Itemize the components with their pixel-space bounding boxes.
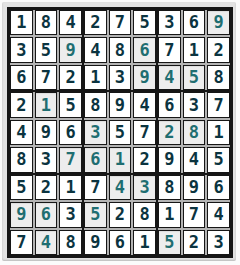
cell-r9c1[interactable]: 7 [10, 230, 33, 255]
cell-r2c6[interactable]: 6 [133, 37, 156, 62]
cell-r9c2[interactable]: 4 [35, 230, 58, 255]
box-8: 743528961 [83, 174, 157, 256]
cell-r3c9[interactable]: 8 [207, 65, 230, 90]
box-3: 369712458 [157, 9, 231, 91]
cell-r1c5[interactable]: 7 [109, 10, 132, 35]
box-9: 896174523 [157, 174, 231, 256]
cell-r5c7[interactable]: 2 [158, 120, 181, 145]
cell-r4c2[interactable]: 1 [35, 92, 58, 117]
cell-r2c8[interactable]: 1 [183, 37, 206, 62]
cell-r5c3[interactable]: 6 [59, 120, 82, 145]
cell-r2c4[interactable]: 4 [84, 37, 107, 62]
cell-r6c3[interactable]: 7 [59, 147, 82, 172]
cell-r4c6[interactable]: 4 [133, 92, 156, 117]
cell-r8c8[interactable]: 7 [183, 202, 206, 227]
cell-r1c2[interactable]: 8 [35, 10, 58, 35]
box-2: 275486139 [83, 9, 157, 91]
cell-r3c3[interactable]: 2 [59, 65, 82, 90]
cell-r3c1[interactable]: 6 [10, 65, 33, 90]
cell-r6c5[interactable]: 1 [109, 147, 132, 172]
cell-r2c3[interactable]: 9 [59, 37, 82, 62]
cell-r4c1[interactable]: 2 [10, 92, 33, 117]
cell-r8c3[interactable]: 3 [59, 202, 82, 227]
cell-r8c5[interactable]: 2 [109, 202, 132, 227]
cell-r6c4[interactable]: 6 [84, 147, 107, 172]
cell-r8c1[interactable]: 9 [10, 202, 33, 227]
window-background: 1843596722754861393697124582154968378943… [2, 2, 236, 261]
cell-r3c5[interactable]: 3 [109, 65, 132, 90]
box-7: 521963748 [9, 174, 83, 256]
cell-r6c9[interactable]: 5 [207, 147, 230, 172]
cell-r5c8[interactable]: 8 [183, 120, 206, 145]
cell-r7c8[interactable]: 9 [183, 175, 206, 200]
cell-r2c9[interactable]: 2 [207, 37, 230, 62]
cell-r6c2[interactable]: 3 [35, 147, 58, 172]
box-4: 215496837 [9, 91, 83, 173]
box-5: 894357612 [83, 91, 157, 173]
cell-r2c7[interactable]: 7 [158, 37, 181, 62]
cell-r5c2[interactable]: 9 [35, 120, 58, 145]
cell-r1c1[interactable]: 1 [10, 10, 33, 35]
cell-r3c2[interactable]: 7 [35, 65, 58, 90]
cell-r5c9[interactable]: 1 [207, 120, 230, 145]
cell-r2c5[interactable]: 8 [109, 37, 132, 62]
cell-r6c7[interactable]: 9 [158, 147, 181, 172]
cell-r7c9[interactable]: 6 [207, 175, 230, 200]
cell-r7c7[interactable]: 8 [158, 175, 181, 200]
cell-r8c4[interactable]: 5 [84, 202, 107, 227]
cell-r1c7[interactable]: 3 [158, 10, 181, 35]
box-1: 184359672 [9, 9, 83, 91]
cell-r9c4[interactable]: 9 [84, 230, 107, 255]
cell-r4c8[interactable]: 3 [183, 92, 206, 117]
box-6: 637281945 [157, 91, 231, 173]
cell-r9c6[interactable]: 1 [133, 230, 156, 255]
cell-r9c8[interactable]: 2 [183, 230, 206, 255]
cell-r7c3[interactable]: 1 [59, 175, 82, 200]
cell-r7c1[interactable]: 5 [10, 175, 33, 200]
cell-r3c6[interactable]: 9 [133, 65, 156, 90]
cell-r8c2[interactable]: 6 [35, 202, 58, 227]
cell-r1c4[interactable]: 2 [84, 10, 107, 35]
cell-r3c7[interactable]: 4 [158, 65, 181, 90]
cell-r5c6[interactable]: 7 [133, 120, 156, 145]
cell-r1c9[interactable]: 9 [207, 10, 230, 35]
cell-r4c3[interactable]: 5 [59, 92, 82, 117]
cell-r7c6[interactable]: 3 [133, 175, 156, 200]
cell-r4c9[interactable]: 7 [207, 92, 230, 117]
cell-r7c2[interactable]: 2 [35, 175, 58, 200]
cell-r1c6[interactable]: 5 [133, 10, 156, 35]
cell-r4c4[interactable]: 8 [84, 92, 107, 117]
cell-r9c7[interactable]: 5 [158, 230, 181, 255]
cell-r9c3[interactable]: 8 [59, 230, 82, 255]
cell-r6c1[interactable]: 8 [10, 147, 33, 172]
cell-r5c5[interactable]: 5 [109, 120, 132, 145]
cell-r4c7[interactable]: 6 [158, 92, 181, 117]
cell-r8c9[interactable]: 4 [207, 202, 230, 227]
cell-r3c8[interactable]: 5 [183, 65, 206, 90]
cell-r2c1[interactable]: 3 [10, 37, 33, 62]
cell-r4c5[interactable]: 9 [109, 92, 132, 117]
cell-r8c7[interactable]: 1 [158, 202, 181, 227]
cell-r7c4[interactable]: 7 [84, 175, 107, 200]
cell-r6c8[interactable]: 4 [183, 147, 206, 172]
cell-r3c4[interactable]: 1 [84, 65, 107, 90]
cell-r8c6[interactable]: 8 [133, 202, 156, 227]
cell-r2c2[interactable]: 5 [35, 37, 58, 62]
cell-r5c4[interactable]: 3 [84, 120, 107, 145]
cell-r5c1[interactable]: 4 [10, 120, 33, 145]
cell-r1c8[interactable]: 6 [183, 10, 206, 35]
cell-r7c5[interactable]: 4 [109, 175, 132, 200]
cell-r6c6[interactable]: 2 [133, 147, 156, 172]
cell-r1c3[interactable]: 4 [59, 10, 82, 35]
cell-r9c5[interactable]: 6 [109, 230, 132, 255]
cell-r9c9[interactable]: 3 [207, 230, 230, 255]
sudoku-board: 1843596722754861393697124582154968378943… [7, 7, 233, 258]
